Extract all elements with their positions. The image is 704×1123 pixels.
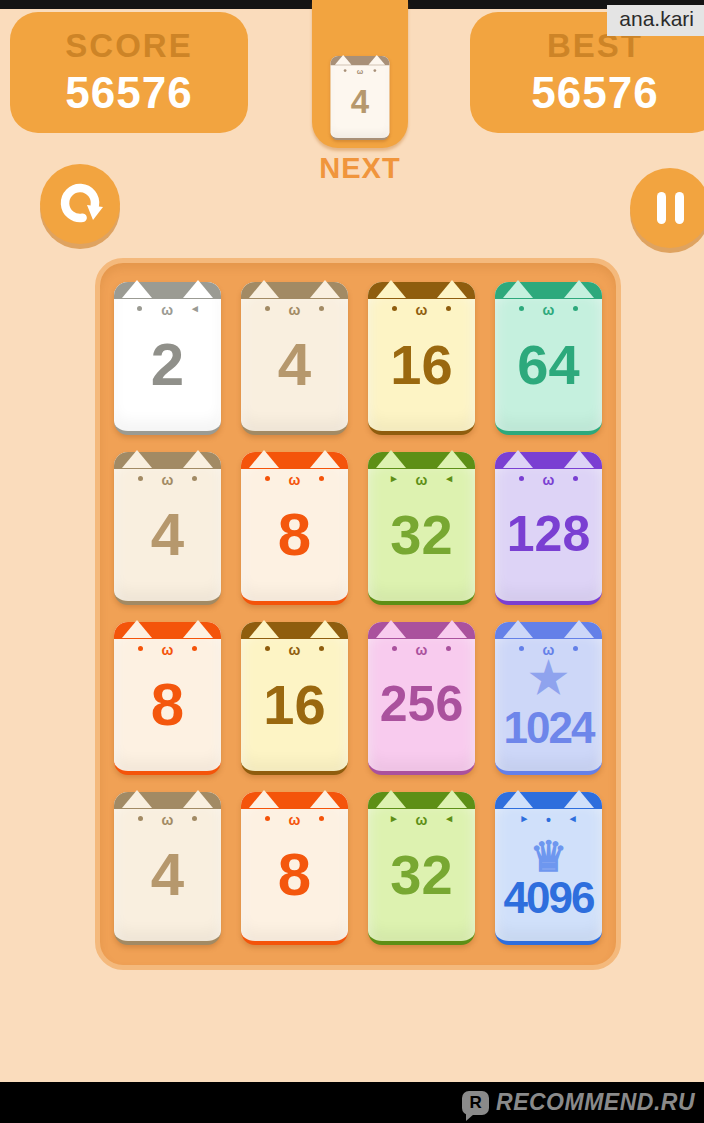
cat-face: ω xyxy=(331,66,390,74)
cat-eye: ◂ xyxy=(192,303,198,314)
tile-r1c2-4: ω4 xyxy=(241,282,348,435)
cat-eye xyxy=(319,476,324,481)
cat-ear-left xyxy=(376,280,406,298)
cat-ear-right xyxy=(564,450,594,468)
cat-mouth: ω xyxy=(162,643,174,657)
tile-value: 4 xyxy=(115,496,220,572)
tile-r3c3-256: ω256 xyxy=(368,622,475,775)
cat-eye: ▸ xyxy=(522,813,528,824)
cat-mouth: ω xyxy=(161,303,173,317)
tile-value: 8 xyxy=(115,666,220,742)
cat-ear-left xyxy=(376,450,406,468)
cat-face: ω xyxy=(241,471,348,485)
cat-eye xyxy=(519,306,524,311)
cat-ear-right xyxy=(564,280,594,298)
tile-r3c1-8: ω8 xyxy=(114,622,221,775)
tile-r4c4-4096: ▸•◂♛4096 xyxy=(495,792,602,945)
bottom-bar: R RECOMMEND.RU xyxy=(0,1082,704,1123)
cat-eye xyxy=(343,69,346,72)
tile-r2c1-4: ω4 xyxy=(114,452,221,605)
cat-eye xyxy=(392,646,397,651)
tile-value: 32 xyxy=(369,496,474,572)
cat-eye: ▸ xyxy=(391,473,397,484)
account-watermark: ana.kari xyxy=(607,5,704,36)
cat-eye xyxy=(265,306,270,311)
score-label: SCORE xyxy=(65,27,192,65)
cat-mouth: ω xyxy=(416,303,428,317)
cat-face: ω xyxy=(495,301,602,315)
tile-r1c3-16: ω16 xyxy=(368,282,475,435)
cat-ear-left xyxy=(376,620,406,638)
tile-r4c1-4: ω4 xyxy=(114,792,221,945)
tile-r3c2-16: ω16 xyxy=(241,622,348,775)
cat-ear-right xyxy=(183,280,213,298)
tile-r1c4-64: ω64 xyxy=(495,282,602,435)
cat-eye xyxy=(265,476,270,481)
cat-face: ω xyxy=(368,641,475,655)
cat-mouth: ω xyxy=(543,473,555,487)
tile-r3c4-1024: ω★1024 xyxy=(495,622,602,775)
tile-value: 1024 xyxy=(496,696,601,760)
cat-ear-right xyxy=(310,450,340,468)
cat-eye xyxy=(392,306,397,311)
score-value: 56576 xyxy=(65,68,192,118)
cat-ear-left xyxy=(503,280,533,298)
cat-ear-right xyxy=(310,790,340,808)
cat-eye xyxy=(192,646,197,651)
tile-value: 256 xyxy=(369,666,474,742)
cat-mouth: ω xyxy=(289,303,301,317)
cat-ear-left xyxy=(503,450,533,468)
cat-ear-right xyxy=(310,620,340,638)
recommend-watermark: RECOMMEND.RU xyxy=(496,1089,695,1116)
restart-button[interactable] xyxy=(40,164,120,244)
tile-value: 4 xyxy=(331,80,389,122)
cat-face: ω◂ xyxy=(114,301,221,315)
cat-eye xyxy=(137,306,142,311)
tile-value: 4 xyxy=(242,326,347,402)
tile-r2c3-32: ▸ω◂32 xyxy=(368,452,475,605)
cat-eye: ◂ xyxy=(446,473,452,484)
cat-mouth: ω xyxy=(289,643,301,657)
cat-eye xyxy=(573,476,578,481)
score-panel: SCORE 56576 xyxy=(10,12,248,133)
cat-face: ω xyxy=(114,811,221,825)
best-value: 56576 xyxy=(531,68,658,118)
cat-mouth: ω xyxy=(416,473,428,487)
cat-ear-right xyxy=(437,790,467,808)
cat-ear-left xyxy=(376,790,406,808)
cat-ear-right xyxy=(437,450,467,468)
cat-mouth: ω xyxy=(289,473,301,487)
cat-eye xyxy=(319,646,324,651)
cat-mouth: ω xyxy=(289,813,301,827)
tile-value: 8 xyxy=(242,496,347,572)
restart-icon xyxy=(56,179,104,230)
cat-ear-right xyxy=(437,620,467,638)
cat-ear-left xyxy=(335,55,352,65)
cat-ear-right xyxy=(310,280,340,298)
cat-ear-left xyxy=(122,450,152,468)
cat-ear-left xyxy=(503,620,533,638)
cat-eye xyxy=(519,476,524,481)
tile-r2c4-128: ω128 xyxy=(495,452,602,605)
tile-r1c1-2: ω◂2 xyxy=(114,282,221,435)
cat-face: ω xyxy=(368,301,475,315)
cat-face: ω xyxy=(495,471,602,485)
next-panel: ω4 xyxy=(312,0,408,148)
tile-badge-star: ★ xyxy=(495,656,602,700)
cat-eye xyxy=(138,476,143,481)
speech-bubble-icon: R xyxy=(462,1091,489,1115)
cat-mouth: ω xyxy=(357,68,364,76)
cat-ear-left xyxy=(249,450,279,468)
cat-ear-left xyxy=(249,280,279,298)
tile-value: 16 xyxy=(242,666,347,742)
cat-eye xyxy=(374,69,377,72)
cat-ear-right xyxy=(564,790,594,808)
cat-mouth: ω xyxy=(543,303,555,317)
cat-eye xyxy=(192,476,197,481)
cat-eye xyxy=(265,816,270,821)
tile-value: 32 xyxy=(369,836,474,912)
pause-button[interactable] xyxy=(630,168,704,248)
cat-eye xyxy=(138,816,143,821)
cat-eye xyxy=(192,816,197,821)
tile-value: 16 xyxy=(369,326,474,402)
cat-eye xyxy=(573,306,578,311)
cat-face: ω xyxy=(241,641,348,655)
cat-eye: ▸ xyxy=(391,813,397,824)
cat-mouth: • xyxy=(546,813,551,827)
cat-face: ω xyxy=(114,641,221,655)
cat-eye xyxy=(319,306,324,311)
pause-icon xyxy=(657,192,684,224)
cat-mouth: ω xyxy=(416,813,428,827)
cat-ear-right xyxy=(564,620,594,638)
tile-value: 2 xyxy=(115,326,220,402)
tile-r4c2-8: ω8 xyxy=(241,792,348,945)
cat-eye: ◂ xyxy=(570,813,576,824)
cat-eye xyxy=(138,646,143,651)
tile-grid: ω◂2ω4ω16ω64ω4ω8▸ω◂32ω128ω8ω16ω256ω★1024ω… xyxy=(100,263,616,964)
cat-ear-left xyxy=(249,620,279,638)
cat-face: ▸•◂ xyxy=(495,811,602,825)
tile-r4c3-32: ▸ω◂32 xyxy=(368,792,475,945)
cat-mouth: ω xyxy=(543,643,555,657)
cat-ear-right xyxy=(183,620,213,638)
cat-ear-left xyxy=(122,280,152,298)
cat-mouth: ω xyxy=(162,813,174,827)
cat-eye xyxy=(573,646,578,651)
next-label: NEXT xyxy=(292,152,428,185)
tile-value: 8 xyxy=(242,836,347,912)
cat-ear-right xyxy=(183,450,213,468)
game-screen: ana.kari SCORE 56576 BEST 56576 ω4 NEXT … xyxy=(0,0,704,1123)
tile-r2c2-8: ω8 xyxy=(241,452,348,605)
cat-mouth: ω xyxy=(162,473,174,487)
cat-ear-left xyxy=(249,790,279,808)
cat-face: ω xyxy=(495,641,602,655)
cat-ear-left xyxy=(503,790,533,808)
cat-eye: ◂ xyxy=(446,813,452,824)
cat-ear-left xyxy=(122,790,152,808)
cat-face: ω xyxy=(241,811,348,825)
cat-ear-right xyxy=(183,790,213,808)
cat-mouth: ω xyxy=(416,643,428,657)
tile-value: 128 xyxy=(496,496,601,572)
cat-eye xyxy=(519,646,524,651)
cat-face: ω xyxy=(241,301,348,315)
cat-face: ω xyxy=(114,471,221,485)
next-tile: ω4 xyxy=(331,56,390,140)
tile-value: 64 xyxy=(496,326,601,402)
game-board[interactable]: ω◂2ω4ω16ω64ω4ω8▸ω◂32ω128ω8ω16ω256ω★1024ω… xyxy=(95,258,621,970)
cat-ear-right xyxy=(437,280,467,298)
cat-eye xyxy=(265,646,270,651)
cat-face: ▸ω◂ xyxy=(368,471,475,485)
cat-face: ▸ω◂ xyxy=(368,811,475,825)
next-tile-slot: ω4 xyxy=(331,56,390,141)
cat-eye xyxy=(446,306,451,311)
cat-eye xyxy=(446,646,451,651)
tile-value: 4096 xyxy=(496,866,601,930)
cat-eye xyxy=(319,816,324,821)
cat-ear-right xyxy=(369,55,386,65)
cat-ear-left xyxy=(122,620,152,638)
tile-value: 4 xyxy=(115,836,220,912)
